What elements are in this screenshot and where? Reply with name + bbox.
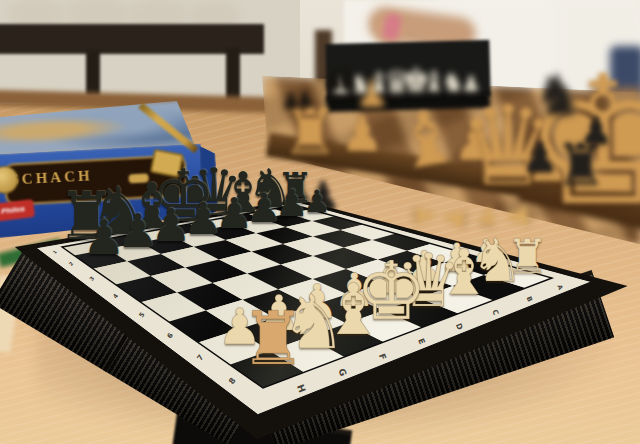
bg-tan-p-piece: ♟	[340, 112, 383, 158]
white-rook: ♜	[240, 303, 306, 373]
bg-black-p-piece: ♟	[521, 138, 559, 178]
demo-black-piece: ♞	[334, 67, 359, 94]
loose-tan-piece: ♟	[412, 203, 439, 228]
demo-white-piece: ♟	[461, 74, 481, 95]
board-hinge-seam	[103, 320, 136, 372]
chess-club-photo: SCHACH Philos 12345678HGFEDCBA ♜♞♝♚♛♝♞♜♟…	[0, 0, 640, 444]
loose-tan-piece: ♟	[440, 204, 471, 233]
shelf-leg	[86, 50, 100, 96]
bg-black-p-piece: ♟	[579, 113, 613, 149]
dark-shelf	[0, 24, 264, 54]
bg-black-n-piece: ♞	[533, 68, 583, 121]
black-pawn: ♟	[83, 215, 126, 260]
demo-black-piece: ♟	[281, 91, 301, 112]
